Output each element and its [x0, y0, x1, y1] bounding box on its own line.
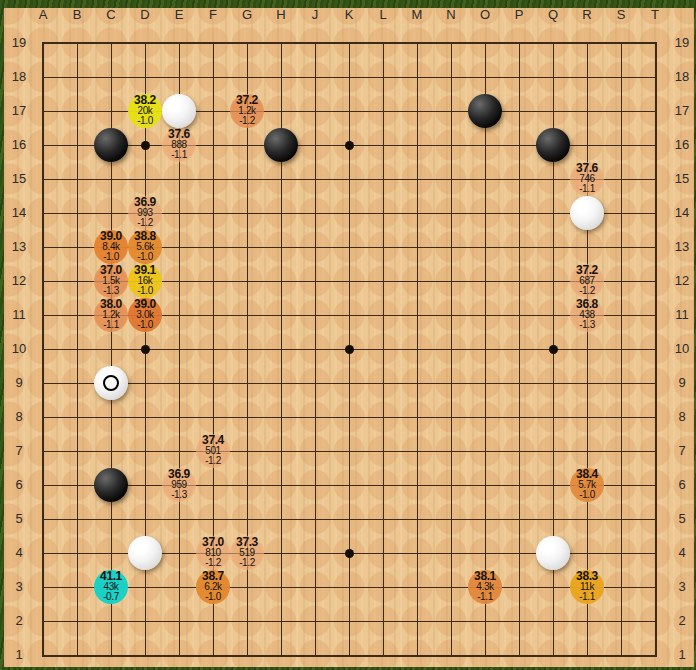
candidate-score: -1.3 [570, 320, 604, 330]
star-point-K4[interactable] [345, 549, 354, 558]
coord-label-row-right-8: 8 [667, 409, 696, 425]
candidate-score: -1.2 [128, 218, 162, 228]
coord-label-row-left-16: 16 [6, 137, 32, 153]
candidate-move-C3[interactable]: 41.143k-0.7 [94, 570, 128, 604]
coord-label-col-B: B [60, 7, 94, 22]
candidate-score: -1.0 [128, 252, 162, 262]
candidate-move-D14[interactable]: 36.9993-1.2 [128, 196, 162, 230]
candidate-move-E6[interactable]: 36.9959-1.3 [162, 468, 196, 502]
candidate-move-E16[interactable]: 37.6888-1.1 [162, 128, 196, 162]
coord-label-row-left-15: 15 [6, 171, 32, 187]
coord-label-col-M: M [400, 7, 434, 22]
coord-label-row-left-19: 19 [6, 35, 32, 51]
candidate-score: -1.1 [468, 592, 502, 602]
candidate-move-R12[interactable]: 37.2687-1.2 [570, 264, 604, 298]
candidate-move-F7[interactable]: 37.4501-1.2 [196, 434, 230, 468]
coord-label-row-right-3: 3 [667, 579, 696, 595]
candidate-move-R6[interactable]: 38.45.7k-1.0 [570, 468, 604, 502]
coord-label-row-right-18: 18 [667, 69, 696, 85]
coord-label-col-K: K [332, 7, 366, 22]
coord-label-col-H: H [264, 7, 298, 22]
stone-black-Q16[interactable] [536, 128, 570, 162]
candidate-score: -1.2 [570, 286, 604, 296]
coord-label-row-left-12: 12 [6, 273, 32, 289]
coord-label-row-right-9: 9 [667, 375, 696, 391]
go-analysis-window: ABCDEFGHJKLMNOPQRST191918181717161615151… [0, 0, 696, 670]
candidate-move-O3[interactable]: 38.14.3k-1.1 [468, 570, 502, 604]
coord-label-col-O: O [468, 7, 502, 22]
coord-label-row-right-10: 10 [667, 341, 696, 357]
coord-label-col-D: D [128, 7, 162, 22]
coord-label-row-left-18: 18 [6, 69, 32, 85]
candidate-score: -1.1 [570, 184, 604, 194]
coord-label-col-R: R [570, 7, 604, 22]
coord-label-row-right-2: 2 [667, 613, 696, 629]
goban[interactable]: ABCDEFGHJKLMNOPQRST191918181717161615151… [4, 8, 694, 667]
candidate-score: -0.7 [94, 592, 128, 602]
coord-label-row-left-5: 5 [6, 511, 32, 527]
candidate-move-C12[interactable]: 37.01.5k-1.3 [94, 264, 128, 298]
candidate-score: -1.0 [570, 490, 604, 500]
candidate-score: -1.1 [570, 592, 604, 602]
candidate-move-C11[interactable]: 38.01.2k-1.1 [94, 298, 128, 332]
candidate-move-D12[interactable]: 39.116k-1.0 [128, 264, 162, 298]
coord-label-row-left-9: 9 [6, 375, 32, 391]
stone-black-O17[interactable] [468, 94, 502, 128]
stone-black-C16[interactable] [94, 128, 128, 162]
coord-label-row-left-17: 17 [6, 103, 32, 119]
candidate-move-F3[interactable]: 38.76.2k-1.0 [196, 570, 230, 604]
coord-label-col-Q: Q [536, 7, 570, 22]
coord-label-col-N: N [434, 7, 468, 22]
coord-label-row-right-17: 17 [667, 103, 696, 119]
coord-label-row-left-8: 8 [6, 409, 32, 425]
coord-label-col-E: E [162, 7, 196, 22]
coord-label-row-right-1: 1 [667, 647, 696, 663]
candidate-move-F4[interactable]: 37.0810-1.2 [196, 536, 230, 570]
coord-label-row-left-14: 14 [6, 205, 32, 221]
coord-label-col-F: F [196, 7, 230, 22]
coord-label-col-J: J [298, 7, 332, 22]
coord-label-row-left-1: 1 [6, 647, 32, 663]
candidate-score: -1.2 [230, 116, 264, 126]
candidate-move-G17[interactable]: 37.21.2k-1.2 [230, 94, 264, 128]
coord-label-row-right-13: 13 [667, 239, 696, 255]
candidate-move-R3[interactable]: 38.311k-1.1 [570, 570, 604, 604]
coord-label-row-right-7: 7 [667, 443, 696, 459]
last-move-marker [103, 375, 119, 391]
candidate-score: -1.1 [94, 320, 128, 330]
coord-label-row-right-12: 12 [667, 273, 696, 289]
coord-label-row-left-2: 2 [6, 613, 32, 629]
candidate-move-D13[interactable]: 38.85.6k-1.0 [128, 230, 162, 264]
stone-white-E17[interactable] [162, 94, 196, 128]
stone-white-D4[interactable] [128, 536, 162, 570]
coord-label-col-G: G [230, 7, 264, 22]
coord-label-row-left-10: 10 [6, 341, 32, 357]
coord-label-row-left-11: 11 [6, 307, 32, 323]
candidate-move-D11[interactable]: 39.03.0k-1.0 [128, 298, 162, 332]
coord-label-row-right-4: 4 [667, 545, 696, 561]
candidate-score: -1.3 [94, 286, 128, 296]
star-point-K10[interactable] [345, 345, 354, 354]
candidate-score: -1.2 [230, 558, 264, 568]
candidate-score: -1.0 [128, 286, 162, 296]
coord-label-col-P: P [502, 7, 536, 22]
coord-label-row-left-3: 3 [6, 579, 32, 595]
star-point-K16[interactable] [345, 141, 354, 150]
candidate-move-G4[interactable]: 37.3519-1.2 [230, 536, 264, 570]
stone-black-C6[interactable] [94, 468, 128, 502]
candidate-score: -1.0 [128, 320, 162, 330]
stone-white-C9[interactable] [94, 366, 128, 400]
coord-label-row-left-4: 4 [6, 545, 32, 561]
candidate-score: -1.0 [94, 252, 128, 262]
coord-label-row-right-19: 19 [667, 35, 696, 51]
star-point-D10[interactable] [141, 345, 150, 354]
coord-label-col-L: L [366, 7, 400, 22]
coord-label-row-left-6: 6 [6, 477, 32, 493]
coord-label-row-right-5: 5 [667, 511, 696, 527]
coord-label-row-right-16: 16 [667, 137, 696, 153]
candidate-score: -1.3 [162, 490, 196, 500]
coord-label-col-C: C [94, 7, 128, 22]
stone-white-R14[interactable] [570, 196, 604, 230]
stone-white-Q4[interactable] [536, 536, 570, 570]
candidate-move-C13[interactable]: 39.08.4k-1.0 [94, 230, 128, 264]
coord-label-col-S: S [604, 7, 638, 22]
coord-label-col-T: T [638, 7, 672, 22]
candidate-score: -1.0 [196, 592, 230, 602]
coord-label-row-right-6: 6 [667, 477, 696, 493]
coord-label-row-right-14: 14 [667, 205, 696, 221]
coord-label-row-left-7: 7 [6, 443, 32, 459]
star-point-Q10[interactable] [549, 345, 558, 354]
coord-label-row-right-15: 15 [667, 171, 696, 187]
coord-label-col-A: A [26, 7, 60, 22]
candidate-score: -1.2 [196, 456, 230, 466]
stone-black-H16[interactable] [264, 128, 298, 162]
star-point-D16[interactable] [141, 141, 150, 150]
candidate-move-R15[interactable]: 37.6746-1.1 [570, 162, 604, 196]
candidate-move-R11[interactable]: 36.8438-1.3 [570, 298, 604, 332]
coord-label-row-left-13: 13 [6, 239, 32, 255]
coord-label-row-right-11: 11 [667, 307, 696, 323]
candidate-score: -1.1 [162, 150, 196, 160]
candidate-score: -1.0 [128, 116, 162, 126]
candidate-score: -1.2 [196, 558, 230, 568]
candidate-move-D17[interactable]: 38.220k-1.0 [128, 94, 162, 128]
